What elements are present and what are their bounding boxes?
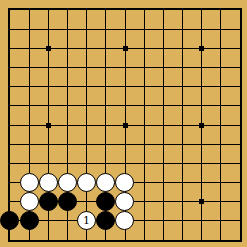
stone-white (115, 173, 134, 192)
stone-black (58, 192, 77, 211)
stone-black (20, 211, 39, 230)
stone-black (39, 192, 58, 211)
move-number-label: 1 (83, 215, 90, 226)
stone-black (96, 192, 115, 211)
stone-white-move-1: 1 (77, 211, 96, 230)
go-board-grid: 1 (0, 0, 247, 247)
stone-black (0, 211, 19, 230)
stone-white (39, 173, 58, 192)
stone-white (115, 192, 134, 211)
stone-white (20, 192, 39, 211)
go-diagram: 1 (0, 0, 247, 247)
stone-white (20, 173, 39, 192)
stone-black (96, 211, 115, 230)
stone-white (96, 173, 115, 192)
stone-white (77, 173, 96, 192)
stone-white (58, 173, 77, 192)
stone-white (115, 211, 134, 230)
